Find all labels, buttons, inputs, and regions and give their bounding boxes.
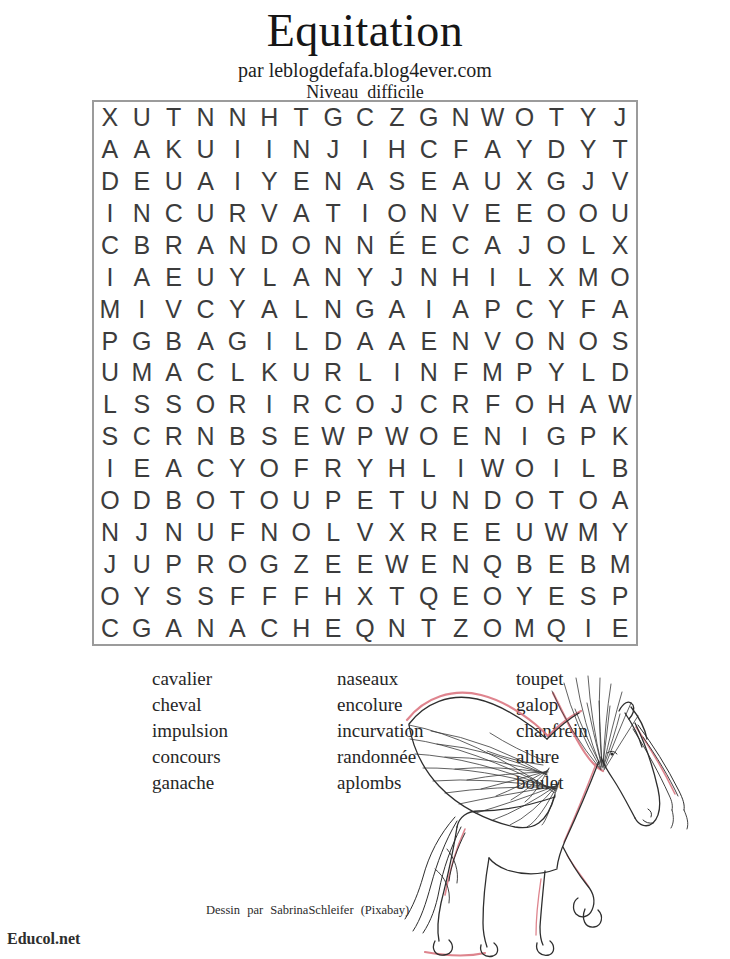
grid-cell[interactable]: S <box>126 389 158 421</box>
word-item[interactable]: impulsion <box>152 718 228 744</box>
grid-cell[interactable]: N <box>317 261 349 293</box>
grid-cell[interactable]: S <box>158 580 190 612</box>
grid-cell[interactable]: W <box>381 421 413 453</box>
grid-cell[interactable]: J <box>381 261 413 293</box>
grid-cell[interactable]: V <box>349 516 381 548</box>
grid-cell[interactable]: C <box>413 134 445 166</box>
grid-cell[interactable]: C <box>253 612 285 644</box>
subtitle: par leblogdefafa.blog4ever.com <box>0 59 730 82</box>
grid-cell[interactable]: F <box>572 293 604 325</box>
grid-cell[interactable]: C <box>190 357 222 389</box>
grid-cell[interactable]: H <box>285 612 317 644</box>
grid-cell[interactable]: E <box>413 230 445 262</box>
grid-cell[interactable]: A <box>158 612 190 644</box>
grid-cell[interactable]: S <box>158 389 190 421</box>
grid-cell[interactable]: F <box>253 580 285 612</box>
grid-cell[interactable]: E <box>445 580 477 612</box>
grid-cell[interactable]: A <box>381 325 413 357</box>
grid-cell[interactable]: S <box>190 580 222 612</box>
grid-cell[interactable]: O <box>253 453 285 485</box>
grid-cell[interactable]: B <box>222 421 254 453</box>
grid-cell[interactable]: C <box>94 612 126 644</box>
grid-cell[interactable]: Y <box>222 261 254 293</box>
grid-cell[interactable]: Z <box>445 612 477 644</box>
grid-cell[interactable]: D <box>540 134 572 166</box>
grid-cell[interactable]: O <box>508 325 540 357</box>
grid-cell[interactable]: N <box>413 261 445 293</box>
grid-cell[interactable]: U <box>190 261 222 293</box>
grid-cell[interactable]: N <box>317 293 349 325</box>
grid-cell[interactable]: G <box>317 102 349 134</box>
grid-cell[interactable]: O <box>540 198 572 230</box>
grid-cell[interactable]: N <box>317 166 349 198</box>
grid-cell[interactable]: Y <box>572 102 604 134</box>
grid-cell[interactable]: Y <box>222 453 254 485</box>
grid-cell[interactable]: A <box>381 293 413 325</box>
grid-cell[interactable]: M <box>94 293 126 325</box>
grid-cell[interactable]: O <box>190 485 222 517</box>
grid-cell[interactable]: J <box>94 548 126 580</box>
grid-cell[interactable]: I <box>445 453 477 485</box>
grid-cell[interactable]: I <box>477 261 509 293</box>
grid-cell[interactable]: L <box>253 261 285 293</box>
grid-cell[interactable]: A <box>158 357 190 389</box>
grid-cell[interactable]: Q <box>540 612 572 644</box>
grid-cell[interactable]: H <box>381 134 413 166</box>
word-item[interactable]: ganache <box>152 770 228 796</box>
grid-cell[interactable]: C <box>190 293 222 325</box>
grid-cell[interactable]: D <box>604 357 636 389</box>
grid-cell[interactable]: O <box>572 485 604 517</box>
grid-cell[interactable]: H <box>445 261 477 293</box>
grid-cell[interactable]: O <box>572 198 604 230</box>
grid-cell[interactable]: Y <box>572 134 604 166</box>
grid-cell[interactable]: R <box>222 198 254 230</box>
grid-cell[interactable]: U <box>413 485 445 517</box>
word-item[interactable]: cavalier <box>152 666 228 692</box>
grid-cell[interactable]: L <box>222 357 254 389</box>
grid-cell[interactable]: O <box>381 198 413 230</box>
grid-cell[interactable]: I <box>94 261 126 293</box>
grid-cell[interactable]: J <box>381 389 413 421</box>
grid-cell[interactable]: N <box>445 548 477 580</box>
grid-cell[interactable]: L <box>349 357 381 389</box>
grid-cell[interactable]: M <box>477 357 509 389</box>
grid-cell[interactable]: S <box>253 421 285 453</box>
grid-cell[interactable]: U <box>190 134 222 166</box>
grid-cell[interactable]: P <box>317 485 349 517</box>
grid-cell[interactable]: H <box>540 389 572 421</box>
grid-cell[interactable]: F <box>285 580 317 612</box>
grid-cell[interactable]: U <box>126 548 158 580</box>
grid-cell[interactable]: Z <box>381 102 413 134</box>
grid-cell[interactable]: C <box>317 389 349 421</box>
grid-cell[interactable]: X <box>604 230 636 262</box>
grid-cell[interactable]: I <box>253 325 285 357</box>
grid-cell[interactable]: N <box>94 516 126 548</box>
grid-cell[interactable]: I <box>413 293 445 325</box>
grid-cell[interactable]: U <box>285 357 317 389</box>
grid-cell[interactable]: T <box>317 198 349 230</box>
grid-cell[interactable]: N <box>477 421 509 453</box>
grid-cell[interactable]: A <box>604 485 636 517</box>
grid-cell[interactable]: U <box>508 516 540 548</box>
grid-cell[interactable]: Y <box>349 261 381 293</box>
grid-cell[interactable]: P <box>477 293 509 325</box>
grid-cell[interactable]: B <box>158 485 190 517</box>
grid-cell[interactable]: H <box>253 102 285 134</box>
grid-cell[interactable]: C <box>158 198 190 230</box>
grid-cell[interactable]: F <box>222 580 254 612</box>
grid-cell[interactable]: G <box>126 325 158 357</box>
grid-cell[interactable]: T <box>381 580 413 612</box>
grid-cell[interactable]: N <box>158 516 190 548</box>
grid-cell[interactable]: I <box>253 389 285 421</box>
grid-cell[interactable]: D <box>126 485 158 517</box>
grid-cell[interactable]: A <box>190 230 222 262</box>
grid-cell[interactable]: O <box>540 230 572 262</box>
grid-cell[interactable]: Y <box>508 580 540 612</box>
grid-cell[interactable]: G <box>540 166 572 198</box>
grid-cell[interactable]: T <box>222 485 254 517</box>
grid-cell[interactable]: K <box>158 134 190 166</box>
grid-cell[interactable]: W <box>540 516 572 548</box>
grid-cell[interactable]: R <box>445 389 477 421</box>
grid-cell[interactable]: H <box>381 453 413 485</box>
grid-cell[interactable]: S <box>604 325 636 357</box>
grid-cell[interactable]: I <box>381 357 413 389</box>
grid-cell[interactable]: X <box>540 261 572 293</box>
grid-cell[interactable]: O <box>285 230 317 262</box>
grid-cell[interactable]: O <box>190 389 222 421</box>
grid-cell[interactable]: O <box>477 580 509 612</box>
grid-cell[interactable]: F <box>222 516 254 548</box>
grid-cell[interactable]: F <box>445 134 477 166</box>
grid-cell[interactable]: O <box>508 102 540 134</box>
grid-cell[interactable]: E <box>317 548 349 580</box>
grid-cell[interactable]: O <box>477 612 509 644</box>
grid-cell[interactable]: Y <box>604 516 636 548</box>
grid-cell[interactable]: R <box>317 453 349 485</box>
grid-cell[interactable]: L <box>572 453 604 485</box>
grid-cell[interactable]: I <box>349 134 381 166</box>
grid-cell[interactable]: N <box>445 485 477 517</box>
grid-cell[interactable]: Y <box>349 453 381 485</box>
grid-cell[interactable]: U <box>94 357 126 389</box>
grid-cell[interactable]: F <box>445 357 477 389</box>
grid-cell[interactable]: A <box>126 261 158 293</box>
grid-cell[interactable]: O <box>572 325 604 357</box>
grid-cell[interactable]: V <box>158 293 190 325</box>
illustration-credit: Dessin par SabrinaSchleifer (Pixabay) <box>206 903 409 918</box>
word-item[interactable]: concours <box>152 744 228 770</box>
grid-cell[interactable]: L <box>285 325 317 357</box>
grid-cell[interactable]: S <box>381 166 413 198</box>
grid-cell[interactable]: Y <box>540 357 572 389</box>
grid-cell[interactable]: M <box>572 261 604 293</box>
grid-cell[interactable]: E <box>508 198 540 230</box>
grid-cell[interactable]: N <box>540 325 572 357</box>
grid-cell[interactable]: M <box>126 357 158 389</box>
grid-cell[interactable]: A <box>158 453 190 485</box>
grid-cell[interactable]: D <box>317 325 349 357</box>
grid-cell[interactable]: E <box>158 261 190 293</box>
grid-cell[interactable]: D <box>253 230 285 262</box>
grid-cell[interactable]: E <box>317 612 349 644</box>
word-search-grid: XUTNNHTGCZGNWOTYJAAKUIINJIHCFAYDYTDEUAIY… <box>92 100 638 646</box>
grid-cell[interactable]: J <box>604 102 636 134</box>
grid-cell[interactable]: H <box>317 580 349 612</box>
grid-cell[interactable]: E <box>540 548 572 580</box>
grid-cell[interactable]: Y <box>126 580 158 612</box>
grid-cell[interactable]: N <box>349 230 381 262</box>
grid-cell[interactable]: P <box>572 421 604 453</box>
grid-cell[interactable]: A <box>126 134 158 166</box>
grid-cell[interactable]: J <box>572 166 604 198</box>
grid-cell[interactable]: P <box>508 357 540 389</box>
grid-cell[interactable]: N <box>413 198 445 230</box>
grid-cell[interactable]: E <box>126 453 158 485</box>
grid-cell[interactable]: O <box>508 485 540 517</box>
grid-cell[interactable]: D <box>477 485 509 517</box>
grid-cell[interactable]: R <box>158 230 190 262</box>
grid-cell[interactable]: C <box>94 230 126 262</box>
grid-cell[interactable]: O <box>253 485 285 517</box>
grid-cell[interactable]: X <box>381 516 413 548</box>
word-column-1: cavalierchevalimpulsionconcoursganache <box>152 666 228 796</box>
grid-cell[interactable]: N <box>413 357 445 389</box>
grid-cell[interactable]: L <box>285 293 317 325</box>
grid-cell[interactable]: I <box>222 134 254 166</box>
grid-cell[interactable]: E <box>126 166 158 198</box>
grid-cell[interactable]: U <box>126 102 158 134</box>
grid-cell[interactable]: I <box>253 134 285 166</box>
grid-cell[interactable]: Y <box>253 166 285 198</box>
grid-cell[interactable]: A <box>477 230 509 262</box>
grid-cell[interactable]: C <box>349 102 381 134</box>
grid-cell[interactable]: W <box>381 548 413 580</box>
grid-cell[interactable]: S <box>94 421 126 453</box>
grid-cell[interactable]: N <box>253 516 285 548</box>
grid-cell[interactable]: K <box>253 357 285 389</box>
grid-cell[interactable]: F <box>477 389 509 421</box>
grid-cell[interactable]: N <box>381 612 413 644</box>
grid-cell[interactable]: M <box>508 612 540 644</box>
worksheet-page: Equitation par leblogdefafa.blog4ever.co… <box>0 0 730 959</box>
grid-cell[interactable]: I <box>508 421 540 453</box>
grid-cell[interactable]: E <box>445 421 477 453</box>
site-footer: Educol.net <box>7 930 80 948</box>
grid-cell[interactable]: B <box>126 230 158 262</box>
grid-cell[interactable]: V <box>604 166 636 198</box>
grid-cell[interactable]: E <box>604 612 636 644</box>
grid-cell[interactable]: F <box>285 453 317 485</box>
grid-cell[interactable]: L <box>508 261 540 293</box>
grid-cell[interactable]: E <box>285 166 317 198</box>
grid-cell[interactable]: N <box>222 230 254 262</box>
grid-cell[interactable]: R <box>285 389 317 421</box>
grid-cell[interactable]: M <box>572 516 604 548</box>
grid-cell[interactable]: R <box>413 516 445 548</box>
grid-cell[interactable]: L <box>572 230 604 262</box>
grid-cell[interactable]: T <box>381 485 413 517</box>
grid-cell[interactable]: R <box>158 421 190 453</box>
grid-cell[interactable]: A <box>222 612 254 644</box>
grid-cell[interactable]: I <box>126 293 158 325</box>
grid-cell[interactable]: G <box>413 102 445 134</box>
grid-cell[interactable]: A <box>445 293 477 325</box>
grid-cell[interactable]: A <box>604 293 636 325</box>
grid-cell[interactable]: Y <box>540 293 572 325</box>
grid-cell[interactable]: J <box>317 134 349 166</box>
grid-cell[interactable]: E <box>413 548 445 580</box>
grid-cell[interactable]: T <box>540 102 572 134</box>
grid-cell[interactable]: O <box>413 421 445 453</box>
grid-cell[interactable]: B <box>158 325 190 357</box>
grid-cell[interactable]: U <box>190 516 222 548</box>
grid-cell[interactable]: U <box>604 198 636 230</box>
grid-cell[interactable]: O <box>508 389 540 421</box>
grid-cell[interactable]: M <box>604 548 636 580</box>
grid-cell[interactable]: I <box>540 453 572 485</box>
grid-cell[interactable]: B <box>508 548 540 580</box>
grid-cell[interactable]: A <box>477 134 509 166</box>
grid-cell[interactable]: N <box>190 612 222 644</box>
grid-cell[interactable]: O <box>604 261 636 293</box>
grid-cell[interactable]: O <box>285 516 317 548</box>
grid-cell[interactable]: T <box>158 102 190 134</box>
grid-cell[interactable]: E <box>285 421 317 453</box>
grid-cell[interactable]: C <box>445 230 477 262</box>
grid-cell[interactable]: C <box>413 389 445 421</box>
grid-cell[interactable]: I <box>94 198 126 230</box>
grid-cell[interactable]: O <box>94 580 126 612</box>
grid-cell[interactable]: W <box>604 389 636 421</box>
grid-cell[interactable]: E <box>477 198 509 230</box>
grid-cell[interactable]: W <box>477 102 509 134</box>
grid-cell[interactable]: E <box>445 516 477 548</box>
grid-cell[interactable]: J <box>508 230 540 262</box>
grid-cell[interactable]: E <box>349 485 381 517</box>
grid-cell[interactable]: U <box>158 166 190 198</box>
grid-cell[interactable]: E <box>413 325 445 357</box>
grid-cell[interactable]: E <box>477 516 509 548</box>
word-item[interactable]: cheval <box>152 692 228 718</box>
grid-cell[interactable]: T <box>285 102 317 134</box>
grid-cell[interactable]: O <box>94 485 126 517</box>
grid-cell[interactable]: N <box>445 325 477 357</box>
grid-cell[interactable]: C <box>508 293 540 325</box>
grid-cell[interactable]: B <box>604 453 636 485</box>
grid-cell[interactable]: U <box>477 166 509 198</box>
grid-cell[interactable]: A <box>190 166 222 198</box>
grid-cell[interactable]: R <box>222 389 254 421</box>
grid-cell[interactable]: N <box>126 198 158 230</box>
grid-cell[interactable]: C <box>126 421 158 453</box>
grid-cell[interactable]: N <box>445 102 477 134</box>
grid-cell[interactable]: S <box>572 580 604 612</box>
grid-cell[interactable]: T <box>413 612 445 644</box>
grid-cell[interactable]: L <box>94 389 126 421</box>
grid-cell[interactable]: R <box>317 357 349 389</box>
grid-cell[interactable]: A <box>572 389 604 421</box>
grid-cell[interactable]: G <box>253 548 285 580</box>
grid-cell[interactable]: Y <box>222 293 254 325</box>
grid-cell[interactable]: A <box>94 134 126 166</box>
grid-cell[interactable]: A <box>190 325 222 357</box>
grid-cell[interactable]: E <box>349 548 381 580</box>
grid-cell[interactable]: Z <box>285 548 317 580</box>
grid-cell[interactable]: É <box>381 230 413 262</box>
grid-cell[interactable]: A <box>349 325 381 357</box>
grid-cell[interactable]: U <box>190 198 222 230</box>
grid-cell[interactable]: A <box>285 198 317 230</box>
grid-cell[interactable]: G <box>349 293 381 325</box>
grid-cell[interactable]: N <box>285 134 317 166</box>
grid-cell[interactable]: O <box>508 453 540 485</box>
grid-cell[interactable]: W <box>317 421 349 453</box>
grid-cell[interactable]: X <box>94 102 126 134</box>
grid-cell[interactable]: O <box>222 548 254 580</box>
grid-cell[interactable]: N <box>222 102 254 134</box>
grid-cell[interactable]: A <box>285 261 317 293</box>
grid-cell[interactable]: C <box>190 453 222 485</box>
grid-cell[interactable]: K <box>604 421 636 453</box>
grid-cell[interactable]: A <box>445 166 477 198</box>
grid-cell[interactable]: P <box>349 421 381 453</box>
grid-cell[interactable]: L <box>572 357 604 389</box>
grid-cell[interactable]: E <box>540 580 572 612</box>
grid-cell[interactable]: O <box>349 389 381 421</box>
grid-cell[interactable]: P <box>158 548 190 580</box>
grid-cell[interactable]: L <box>413 453 445 485</box>
grid-cell[interactable]: G <box>126 612 158 644</box>
grid-cell[interactable]: J <box>126 516 158 548</box>
grid-cell[interactable]: D <box>94 166 126 198</box>
grid-cell[interactable]: Q <box>413 580 445 612</box>
grid-cell[interactable]: A <box>253 293 285 325</box>
grid-cell[interactable]: P <box>604 580 636 612</box>
grid-cell[interactable]: E <box>413 166 445 198</box>
grid-cell[interactable]: V <box>477 325 509 357</box>
grid-cell[interactable]: Q <box>477 548 509 580</box>
grid-cell[interactable]: U <box>285 485 317 517</box>
grid-cell[interactable]: G <box>540 421 572 453</box>
grid-cell[interactable]: I <box>94 453 126 485</box>
grid-cell[interactable]: I <box>222 166 254 198</box>
grid-cell[interactable]: B <box>572 548 604 580</box>
grid-cell[interactable]: A <box>349 166 381 198</box>
grid-cell[interactable]: G <box>222 325 254 357</box>
grid-cell[interactable]: N <box>190 102 222 134</box>
grid-cell[interactable]: N <box>190 421 222 453</box>
grid-cell[interactable]: V <box>445 198 477 230</box>
grid-cell[interactable]: X <box>508 166 540 198</box>
grid-cell[interactable]: Q <box>349 612 381 644</box>
grid-cell[interactable]: X <box>349 580 381 612</box>
grid-cell[interactable]: V <box>253 198 285 230</box>
grid-cell[interactable]: R <box>190 548 222 580</box>
grid-cell[interactable]: I <box>572 612 604 644</box>
grid-cell[interactable]: W <box>477 453 509 485</box>
grid-cell[interactable]: P <box>94 325 126 357</box>
grid-cell[interactable]: T <box>604 134 636 166</box>
grid-cell[interactable]: N <box>317 230 349 262</box>
grid-cell[interactable]: Y <box>508 134 540 166</box>
grid-cell[interactable]: I <box>349 198 381 230</box>
grid-cell[interactable]: L <box>317 516 349 548</box>
grid-cell[interactable]: T <box>540 485 572 517</box>
